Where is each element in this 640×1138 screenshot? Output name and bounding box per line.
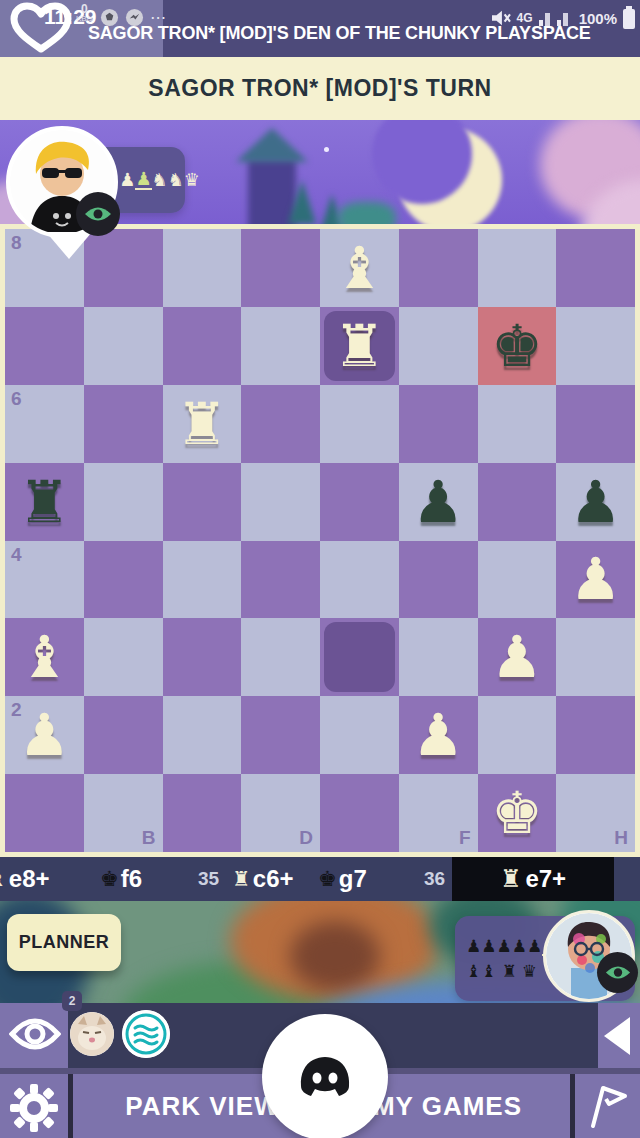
captured-black-pawn: ♟ xyxy=(466,938,481,955)
square-a6[interactable]: 6 xyxy=(5,385,84,463)
square-c2[interactable] xyxy=(163,696,242,774)
square-d7[interactable] xyxy=(241,307,320,385)
move-entry[interactable]: ♝e8+ xyxy=(0,857,50,901)
captured-white-knight: ♞ xyxy=(168,171,184,189)
piece-white-rook: ♜ xyxy=(163,385,242,463)
heart-icon[interactable] xyxy=(6,1,76,57)
square-e5[interactable] xyxy=(320,463,399,541)
square-e2[interactable] xyxy=(320,696,399,774)
spectator-avatar-cat[interactable] xyxy=(70,1012,114,1056)
settings-gear-button[interactable] xyxy=(8,1082,60,1137)
move-entry[interactable]: ♚g7 xyxy=(318,857,367,901)
square-b8[interactable] xyxy=(84,229,163,307)
square-g7[interactable]: ♚ xyxy=(478,307,557,385)
captured-white-pawn: ♟ xyxy=(119,171,135,189)
piece-white-bishop: ♝ xyxy=(320,229,399,307)
piece-white-pawn: ♟ xyxy=(556,541,635,619)
square-c8[interactable] xyxy=(163,229,242,307)
move-text: c6+ xyxy=(253,865,294,893)
star xyxy=(324,147,329,152)
square-b6[interactable] xyxy=(84,385,163,463)
move-text: e7+ xyxy=(525,865,566,893)
move-piece-glyph-black: ♚ xyxy=(100,869,119,890)
square-g4[interactable] xyxy=(478,541,557,619)
rank-label-6: 6 xyxy=(11,388,22,410)
piece-white-pawn: ♟ xyxy=(5,696,84,774)
captured-black-bishop: ♝ xyxy=(481,963,496,980)
square-f6[interactable] xyxy=(399,385,478,463)
castle-tower-roof xyxy=(236,128,308,162)
last-move-entry[interactable]: ♜e7+ xyxy=(452,857,614,901)
square-d6[interactable] xyxy=(241,385,320,463)
captured-white-knight: ♞ xyxy=(152,171,168,189)
app-screen: 11:29 0 KB/s ⋯ 4G 100% SAGOR TRON* [MOD]… xyxy=(0,0,640,1138)
square-h7[interactable] xyxy=(556,307,635,385)
move-text: e8+ xyxy=(9,865,50,893)
chess-board-frame: 8♝♜♚6♜♜♟♟4♟♝♟2♟♟BDF♚H xyxy=(0,224,640,857)
square-g6[interactable] xyxy=(478,385,557,463)
file-label-D: D xyxy=(299,827,313,849)
move-piece-glyph-white: ♜ xyxy=(500,865,522,893)
square-a3[interactable]: ♝ xyxy=(5,618,84,696)
bottom-player-spectate-eye-badge[interactable] xyxy=(597,952,638,993)
piece-black-rook: ♜ xyxy=(5,463,84,541)
discord-button[interactable] xyxy=(262,1014,388,1138)
planner-button[interactable]: PLANNER xyxy=(7,914,121,971)
square-g1[interactable]: ♚ xyxy=(478,774,557,852)
square-f8[interactable] xyxy=(399,229,478,307)
square-f1[interactable]: F xyxy=(399,774,478,852)
square-a2[interactable]: 2♟ xyxy=(5,696,84,774)
square-d3[interactable] xyxy=(241,618,320,696)
nav-divider xyxy=(570,1074,575,1138)
move-text: f6 xyxy=(121,865,142,893)
captured-white-pawn: ♟ xyxy=(135,170,151,190)
piece-white-rook: ♜ xyxy=(320,307,399,385)
rank-label-4: 4 xyxy=(11,544,22,566)
piece-black-pawn: ♟ xyxy=(556,463,635,541)
square-g2[interactable] xyxy=(478,696,557,774)
captured-black-pawn: ♟ xyxy=(512,938,527,955)
move-list-bar: ♝e8+♚f635♜c6+♚g736♜e7+ xyxy=(0,857,640,901)
square-c4[interactable] xyxy=(163,541,242,619)
square-b1[interactable]: B xyxy=(84,774,163,852)
gazebo-columns xyxy=(290,921,380,991)
room-title: SAGOR TRON* [MOD]'S DEN OF THE CHUNKY PL… xyxy=(88,23,636,44)
square-d5[interactable] xyxy=(241,463,320,541)
spectator-count-badge: 2 xyxy=(62,991,82,1011)
piece-white-pawn: ♟ xyxy=(399,696,478,774)
gear-icon xyxy=(8,1082,60,1134)
piece-black-king: ♚ xyxy=(478,307,557,385)
square-a1[interactable] xyxy=(5,774,84,852)
square-c7[interactable] xyxy=(163,307,242,385)
move-piece-glyph-black: ♚ xyxy=(318,869,337,890)
square-b4[interactable] xyxy=(84,541,163,619)
square-g8[interactable] xyxy=(478,229,557,307)
square-d1[interactable]: D xyxy=(241,774,320,852)
turn-banner-text: SAGOR TRON* [MOD]'S TURN xyxy=(148,75,491,102)
square-b2[interactable] xyxy=(84,696,163,774)
square-f7[interactable] xyxy=(399,307,478,385)
square-d2[interactable] xyxy=(241,696,320,774)
move-entry[interactable]: ♚f6 xyxy=(100,857,142,901)
square-c1[interactable] xyxy=(163,774,242,852)
square-h4[interactable]: ♟ xyxy=(556,541,635,619)
square-f5[interactable]: ♟ xyxy=(399,463,478,541)
captured-black-rook: ♜ xyxy=(502,963,517,980)
rank-label-8: 8 xyxy=(11,232,22,254)
piece-white-bishop: ♝ xyxy=(5,618,84,696)
square-a4[interactable]: 4 xyxy=(5,541,84,619)
square-g5[interactable] xyxy=(478,463,557,541)
nav-divider xyxy=(68,1074,73,1138)
piece-white-king: ♚ xyxy=(478,774,557,852)
square-h5[interactable]: ♟ xyxy=(556,463,635,541)
square-f4[interactable] xyxy=(399,541,478,619)
square-g3[interactable]: ♟ xyxy=(478,618,557,696)
captured-white-queen: ♛ xyxy=(184,171,200,189)
square-h1[interactable]: H xyxy=(556,774,635,852)
square-f3[interactable] xyxy=(399,618,478,696)
avatar-speech-tail xyxy=(46,232,92,259)
move-number-36: 36 xyxy=(424,857,445,901)
square-f2[interactable]: ♟ xyxy=(399,696,478,774)
square-h8[interactable] xyxy=(556,229,635,307)
square-e1[interactable] xyxy=(320,774,399,852)
move-piece-glyph-white: ♝ xyxy=(0,869,7,890)
chess-board: 8♝♜♚6♜♜♟♟4♟♝♟2♟♟BDF♚H xyxy=(5,229,635,852)
collapse-left-arrow[interactable] xyxy=(604,1017,630,1055)
piece-black-pawn: ♟ xyxy=(399,463,478,541)
last-move-highlight xyxy=(324,622,395,692)
discord-icon xyxy=(295,1054,355,1100)
square-c3[interactable] xyxy=(163,618,242,696)
square-d4[interactable] xyxy=(241,541,320,619)
square-e3[interactable] xyxy=(320,618,399,696)
square-e6[interactable] xyxy=(320,385,399,463)
move-entry[interactable]: ♜c6+ xyxy=(232,857,294,901)
status-data-rate: 0 KB/s xyxy=(76,4,93,24)
captured-black-pawn: ♟ xyxy=(481,938,496,955)
square-c6[interactable]: ♜ xyxy=(163,385,242,463)
resign-flag-button[interactable] xyxy=(583,1082,631,1131)
square-b5[interactable] xyxy=(84,463,163,541)
square-a5[interactable]: ♜ xyxy=(5,463,84,541)
square-h3[interactable] xyxy=(556,618,635,696)
square-e8[interactable]: ♝ xyxy=(320,229,399,307)
square-a7[interactable] xyxy=(5,307,84,385)
square-e4[interactable] xyxy=(320,541,399,619)
square-b3[interactable] xyxy=(84,618,163,696)
captured-black-bishop: ♝ xyxy=(466,963,481,980)
file-label-H: H xyxy=(614,827,628,849)
eye-icon xyxy=(605,964,631,981)
flag-icon xyxy=(583,1082,631,1128)
spectator-avatar-waves[interactable] xyxy=(122,1010,170,1058)
eye-icon xyxy=(9,1016,61,1052)
top-player-spectate-eye-badge[interactable] xyxy=(76,192,120,236)
spectate-eye-button[interactable] xyxy=(9,1016,61,1055)
captured-black-pawn: ♟ xyxy=(497,938,512,955)
square-h2[interactable] xyxy=(556,696,635,774)
captured-black-pawn: ♟ xyxy=(527,938,542,955)
move-text: g7 xyxy=(339,865,367,893)
square-e7[interactable]: ♜ xyxy=(320,307,399,385)
eye-icon xyxy=(84,205,112,223)
captured-black-queen: ♛ xyxy=(522,963,537,980)
piece-white-pawn: ♟ xyxy=(478,618,557,696)
square-d8[interactable] xyxy=(241,229,320,307)
file-label-F: F xyxy=(459,827,471,849)
pine-tree xyxy=(288,180,316,224)
move-number-35: 35 xyxy=(198,857,219,901)
square-b7[interactable] xyxy=(84,307,163,385)
turn-banner: SAGOR TRON* [MOD]'S TURN xyxy=(0,57,640,120)
move-piece-glyph-white: ♜ xyxy=(232,869,251,890)
square-h6[interactable] xyxy=(556,385,635,463)
file-label-B: B xyxy=(142,827,156,849)
square-c5[interactable] xyxy=(163,463,242,541)
